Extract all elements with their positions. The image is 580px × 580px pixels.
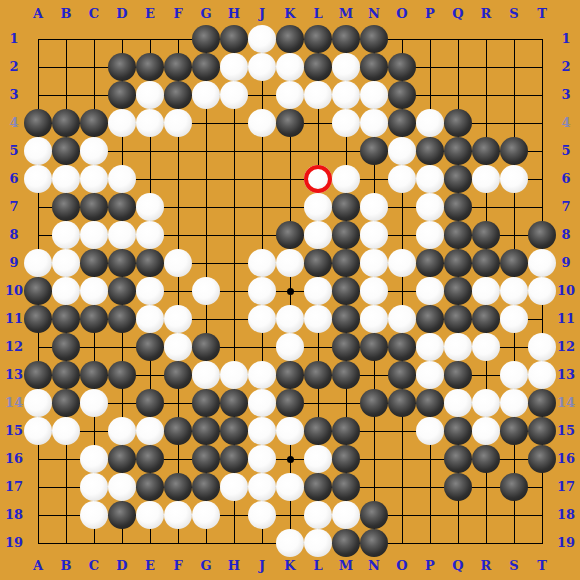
row-label-left-1: 1 <box>2 31 26 47</box>
black-stone-A11 <box>24 305 52 333</box>
row-label-right-3: 3 <box>554 87 578 103</box>
row-label-left-2: 2 <box>2 59 26 75</box>
col-label-bottom-T: T <box>530 558 554 574</box>
black-stone-F3 <box>164 81 192 109</box>
white-stone-E3 <box>136 81 164 109</box>
row-label-right-1: 1 <box>554 31 578 47</box>
black-stone-T15 <box>528 417 556 445</box>
black-stone-D18 <box>108 501 136 529</box>
white-stone-O9 <box>388 249 416 277</box>
black-stone-N19 <box>360 529 388 557</box>
white-stone-E18 <box>136 501 164 529</box>
col-label-top-M: M <box>334 6 358 22</box>
black-stone-N14 <box>360 389 388 417</box>
white-stone-N3 <box>360 81 388 109</box>
black-stone-N2 <box>360 53 388 81</box>
white-stone-E7 <box>136 193 164 221</box>
black-stone-L1 <box>304 25 332 53</box>
black-stone-B11 <box>52 305 80 333</box>
white-stone-K15 <box>276 417 304 445</box>
white-stone-F12 <box>164 333 192 361</box>
black-stone-E14 <box>136 389 164 417</box>
white-stone-C17 <box>80 473 108 501</box>
white-stone-H13 <box>220 361 248 389</box>
row-label-right-6: 6 <box>554 171 578 187</box>
row-label-right-13: 13 <box>554 367 578 383</box>
white-stone-A15 <box>24 417 52 445</box>
black-stone-O4 <box>388 109 416 137</box>
row-label-left-12: 12 <box>2 339 26 355</box>
col-label-bottom-L: L <box>306 558 330 574</box>
col-label-bottom-A: A <box>26 558 50 574</box>
black-stone-A13 <box>24 361 52 389</box>
black-stone-B7 <box>52 193 80 221</box>
black-stone-G17 <box>192 473 220 501</box>
black-stone-K14 <box>276 389 304 417</box>
white-stone-R6 <box>472 165 500 193</box>
white-stone-E10 <box>136 277 164 305</box>
white-stone-M6 <box>332 165 360 193</box>
white-stone-P8 <box>416 221 444 249</box>
white-stone-R12 <box>472 333 500 361</box>
col-label-bottom-G: G <box>194 558 218 574</box>
black-stone-Q9 <box>444 249 472 277</box>
white-stone-D8 <box>108 221 136 249</box>
black-stone-M10 <box>332 277 360 305</box>
black-stone-Q16 <box>444 445 472 473</box>
row-label-right-9: 9 <box>554 255 578 271</box>
row-label-right-18: 18 <box>554 507 578 523</box>
col-label-bottom-N: N <box>362 558 386 574</box>
white-stone-P10 <box>416 277 444 305</box>
black-stone-P11 <box>416 305 444 333</box>
white-stone-P6 <box>416 165 444 193</box>
row-label-right-14: 14 <box>554 395 578 411</box>
white-stone-G18 <box>192 501 220 529</box>
col-label-top-F: F <box>166 6 190 22</box>
white-stone-C16 <box>80 445 108 473</box>
white-stone-E11 <box>136 305 164 333</box>
white-stone-P15 <box>416 417 444 445</box>
white-stone-N8 <box>360 221 388 249</box>
black-stone-N5 <box>360 137 388 165</box>
row-label-left-19: 19 <box>2 535 26 551</box>
col-label-bottom-K: K <box>278 558 302 574</box>
black-stone-R8 <box>472 221 500 249</box>
white-stone-Q12 <box>444 333 472 361</box>
white-stone-Q14 <box>444 389 472 417</box>
col-label-top-N: N <box>362 6 386 22</box>
row-label-left-7: 7 <box>2 199 26 215</box>
row-label-left-5: 5 <box>2 143 26 159</box>
white-stone-C5 <box>80 137 108 165</box>
white-stone-H3 <box>220 81 248 109</box>
white-stone-J10 <box>248 277 276 305</box>
black-stone-F17 <box>164 473 192 501</box>
col-label-top-G: G <box>194 6 218 22</box>
white-stone-R14 <box>472 389 500 417</box>
black-stone-O2 <box>388 53 416 81</box>
black-stone-E17 <box>136 473 164 501</box>
white-stone-J15 <box>248 417 276 445</box>
white-stone-H2 <box>220 53 248 81</box>
black-stone-P9 <box>416 249 444 277</box>
black-stone-H16 <box>220 445 248 473</box>
black-stone-B5 <box>52 137 80 165</box>
white-stone-A9 <box>24 249 52 277</box>
white-stone-T13 <box>528 361 556 389</box>
black-stone-M13 <box>332 361 360 389</box>
black-stone-P5 <box>416 137 444 165</box>
black-stone-O14 <box>388 389 416 417</box>
white-stone-K3 <box>276 81 304 109</box>
white-stone-S13 <box>500 361 528 389</box>
white-stone-A5 <box>24 137 52 165</box>
black-stone-P14 <box>416 389 444 417</box>
black-stone-Q4 <box>444 109 472 137</box>
black-stone-R5 <box>472 137 500 165</box>
white-stone-N4 <box>360 109 388 137</box>
black-stone-H1 <box>220 25 248 53</box>
white-stone-K17 <box>276 473 304 501</box>
white-stone-O6 <box>388 165 416 193</box>
black-stone-F2 <box>164 53 192 81</box>
row-label-left-14: 14 <box>2 395 26 411</box>
black-stone-G16 <box>192 445 220 473</box>
white-stone-L10 <box>304 277 332 305</box>
white-stone-C14 <box>80 389 108 417</box>
white-stone-L11 <box>304 305 332 333</box>
col-label-bottom-F: F <box>166 558 190 574</box>
white-stone-J11 <box>248 305 276 333</box>
black-stone-M9 <box>332 249 360 277</box>
white-stone-J18 <box>248 501 276 529</box>
black-stone-A4 <box>24 109 52 137</box>
col-label-bottom-C: C <box>82 558 106 574</box>
black-stone-M11 <box>332 305 360 333</box>
black-stone-L9 <box>304 249 332 277</box>
white-stone-J17 <box>248 473 276 501</box>
white-stone-M2 <box>332 53 360 81</box>
white-stone-K2 <box>276 53 304 81</box>
black-stone-G2 <box>192 53 220 81</box>
white-stone-B6 <box>52 165 80 193</box>
white-stone-D17 <box>108 473 136 501</box>
white-stone-E8 <box>136 221 164 249</box>
black-stone-D2 <box>108 53 136 81</box>
last-move-marker <box>304 165 332 193</box>
black-stone-N1 <box>360 25 388 53</box>
white-stone-J1 <box>248 25 276 53</box>
col-label-bottom-R: R <box>474 558 498 574</box>
black-stone-G12 <box>192 333 220 361</box>
white-stone-M4 <box>332 109 360 137</box>
black-stone-A10 <box>24 277 52 305</box>
col-label-top-K: K <box>278 6 302 22</box>
row-label-left-3: 3 <box>2 87 26 103</box>
white-stone-K11 <box>276 305 304 333</box>
white-stone-G3 <box>192 81 220 109</box>
col-label-top-O: O <box>390 6 414 22</box>
col-label-top-A: A <box>26 6 50 22</box>
black-stone-L17 <box>304 473 332 501</box>
col-label-top-D: D <box>110 6 134 22</box>
black-stone-E16 <box>136 445 164 473</box>
col-label-top-Q: Q <box>446 6 470 22</box>
white-stone-C18 <box>80 501 108 529</box>
white-stone-K9 <box>276 249 304 277</box>
white-stone-S10 <box>500 277 528 305</box>
black-stone-K8 <box>276 221 304 249</box>
black-stone-C4 <box>80 109 108 137</box>
white-stone-B8 <box>52 221 80 249</box>
black-stone-B13 <box>52 361 80 389</box>
row-label-right-7: 7 <box>554 199 578 215</box>
row-label-right-17: 17 <box>554 479 578 495</box>
star-point-K16 <box>287 456 294 463</box>
black-stone-T14 <box>528 389 556 417</box>
row-label-left-10: 10 <box>2 283 26 299</box>
white-stone-J16 <box>248 445 276 473</box>
white-stone-J4 <box>248 109 276 137</box>
white-stone-F9 <box>164 249 192 277</box>
black-stone-N12 <box>360 333 388 361</box>
row-label-right-8: 8 <box>554 227 578 243</box>
col-label-top-C: C <box>82 6 106 22</box>
white-stone-P7 <box>416 193 444 221</box>
row-label-left-17: 17 <box>2 479 26 495</box>
black-stone-D11 <box>108 305 136 333</box>
black-stone-N18 <box>360 501 388 529</box>
black-stone-R9 <box>472 249 500 277</box>
white-stone-T10 <box>528 277 556 305</box>
black-stone-S17 <box>500 473 528 501</box>
col-label-top-T: T <box>530 6 554 22</box>
row-label-right-11: 11 <box>554 311 578 327</box>
row-label-right-2: 2 <box>554 59 578 75</box>
row-label-left-11: 11 <box>2 311 26 327</box>
black-stone-C7 <box>80 193 108 221</box>
col-label-bottom-O: O <box>390 558 414 574</box>
black-stone-O13 <box>388 361 416 389</box>
white-stone-L16 <box>304 445 332 473</box>
col-label-bottom-H: H <box>222 558 246 574</box>
black-stone-R16 <box>472 445 500 473</box>
black-stone-M12 <box>332 333 360 361</box>
row-label-right-19: 19 <box>554 535 578 551</box>
col-label-bottom-B: B <box>54 558 78 574</box>
black-stone-D9 <box>108 249 136 277</box>
white-stone-D6 <box>108 165 136 193</box>
white-stone-J14 <box>248 389 276 417</box>
black-stone-Q5 <box>444 137 472 165</box>
white-stone-A14 <box>24 389 52 417</box>
white-stone-S14 <box>500 389 528 417</box>
row-label-right-5: 5 <box>554 143 578 159</box>
white-stone-T9 <box>528 249 556 277</box>
row-label-left-15: 15 <box>2 423 26 439</box>
black-stone-O3 <box>388 81 416 109</box>
row-label-left-6: 6 <box>2 171 26 187</box>
white-stone-E15 <box>136 417 164 445</box>
white-stone-K19 <box>276 529 304 557</box>
white-stone-B15 <box>52 417 80 445</box>
black-stone-M8 <box>332 221 360 249</box>
white-stone-L18 <box>304 501 332 529</box>
white-stone-A6 <box>24 165 52 193</box>
star-point-K10 <box>287 288 294 295</box>
white-stone-M18 <box>332 501 360 529</box>
white-stone-J2 <box>248 53 276 81</box>
black-stone-H15 <box>220 417 248 445</box>
white-stone-R10 <box>472 277 500 305</box>
white-stone-J9 <box>248 249 276 277</box>
white-stone-F4 <box>164 109 192 137</box>
col-label-top-E: E <box>138 6 162 22</box>
row-label-right-15: 15 <box>554 423 578 439</box>
col-label-bottom-S: S <box>502 558 526 574</box>
black-stone-M16 <box>332 445 360 473</box>
black-stone-F15 <box>164 417 192 445</box>
white-stone-P13 <box>416 361 444 389</box>
white-stone-J13 <box>248 361 276 389</box>
white-stone-N11 <box>360 305 388 333</box>
col-label-bottom-E: E <box>138 558 162 574</box>
black-stone-B14 <box>52 389 80 417</box>
white-stone-G13 <box>192 361 220 389</box>
black-stone-F13 <box>164 361 192 389</box>
white-stone-R15 <box>472 417 500 445</box>
black-stone-Q8 <box>444 221 472 249</box>
col-label-bottom-P: P <box>418 558 442 574</box>
black-stone-K13 <box>276 361 304 389</box>
row-label-left-16: 16 <box>2 451 26 467</box>
black-stone-G14 <box>192 389 220 417</box>
black-stone-L15 <box>304 417 332 445</box>
black-stone-K1 <box>276 25 304 53</box>
black-stone-Q11 <box>444 305 472 333</box>
white-stone-D4 <box>108 109 136 137</box>
black-stone-B4 <box>52 109 80 137</box>
row-label-left-13: 13 <box>2 367 26 383</box>
black-stone-Q15 <box>444 417 472 445</box>
black-stone-E9 <box>136 249 164 277</box>
white-stone-H17 <box>220 473 248 501</box>
black-stone-G1 <box>192 25 220 53</box>
black-stone-T16 <box>528 445 556 473</box>
white-stone-K12 <box>276 333 304 361</box>
white-stone-G10 <box>192 277 220 305</box>
white-stone-F11 <box>164 305 192 333</box>
black-stone-D13 <box>108 361 136 389</box>
col-label-top-H: H <box>222 6 246 22</box>
black-stone-E2 <box>136 53 164 81</box>
black-stone-D7 <box>108 193 136 221</box>
black-stone-T8 <box>528 221 556 249</box>
black-stone-O12 <box>388 333 416 361</box>
black-stone-C13 <box>80 361 108 389</box>
black-stone-M1 <box>332 25 360 53</box>
white-stone-T12 <box>528 333 556 361</box>
white-stone-C8 <box>80 221 108 249</box>
black-stone-M7 <box>332 193 360 221</box>
black-stone-S15 <box>500 417 528 445</box>
white-stone-L8 <box>304 221 332 249</box>
white-stone-O5 <box>388 137 416 165</box>
black-stone-H14 <box>220 389 248 417</box>
black-stone-C11 <box>80 305 108 333</box>
black-stone-D16 <box>108 445 136 473</box>
white-stone-N10 <box>360 277 388 305</box>
col-label-top-B: B <box>54 6 78 22</box>
white-stone-L19 <box>304 529 332 557</box>
black-stone-K4 <box>276 109 304 137</box>
col-label-top-J: J <box>250 6 274 22</box>
white-stone-M3 <box>332 81 360 109</box>
black-stone-B12 <box>52 333 80 361</box>
white-stone-N7 <box>360 193 388 221</box>
white-stone-E4 <box>136 109 164 137</box>
black-stone-Q7 <box>444 193 472 221</box>
black-stone-L13 <box>304 361 332 389</box>
black-stone-Q10 <box>444 277 472 305</box>
row-label-right-16: 16 <box>554 451 578 467</box>
white-stone-L3 <box>304 81 332 109</box>
black-stone-D3 <box>108 81 136 109</box>
go-board[interactable]: AABBCCDDEEFFGGHHJJKKLLMMNNOOPPQQRRSSTT11… <box>0 0 580 580</box>
row-label-left-18: 18 <box>2 507 26 523</box>
black-stone-M19 <box>332 529 360 557</box>
black-stone-S5 <box>500 137 528 165</box>
col-label-bottom-D: D <box>110 558 134 574</box>
black-stone-M17 <box>332 473 360 501</box>
white-stone-B9 <box>52 249 80 277</box>
white-stone-F18 <box>164 501 192 529</box>
row-label-left-4: 4 <box>2 115 26 131</box>
white-stone-N9 <box>360 249 388 277</box>
col-label-top-R: R <box>474 6 498 22</box>
white-stone-S6 <box>500 165 528 193</box>
col-label-bottom-Q: Q <box>446 558 470 574</box>
black-stone-Q13 <box>444 361 472 389</box>
col-label-bottom-J: J <box>250 558 274 574</box>
black-stone-R11 <box>472 305 500 333</box>
row-label-right-10: 10 <box>554 283 578 299</box>
white-stone-C6 <box>80 165 108 193</box>
white-stone-C10 <box>80 277 108 305</box>
white-stone-S11 <box>500 305 528 333</box>
white-stone-B10 <box>52 277 80 305</box>
black-stone-G15 <box>192 417 220 445</box>
black-stone-C9 <box>80 249 108 277</box>
black-stone-L2 <box>304 53 332 81</box>
row-label-right-4: 4 <box>554 115 578 131</box>
col-label-top-P: P <box>418 6 442 22</box>
black-stone-Q6 <box>444 165 472 193</box>
black-stone-Q17 <box>444 473 472 501</box>
col-label-top-L: L <box>306 6 330 22</box>
row-label-left-8: 8 <box>2 227 26 243</box>
row-label-left-9: 9 <box>2 255 26 271</box>
row-label-right-12: 12 <box>554 339 578 355</box>
white-stone-D15 <box>108 417 136 445</box>
white-stone-P4 <box>416 109 444 137</box>
black-stone-D10 <box>108 277 136 305</box>
black-stone-E12 <box>136 333 164 361</box>
white-stone-O11 <box>388 305 416 333</box>
col-label-bottom-M: M <box>334 558 358 574</box>
col-label-top-S: S <box>502 6 526 22</box>
